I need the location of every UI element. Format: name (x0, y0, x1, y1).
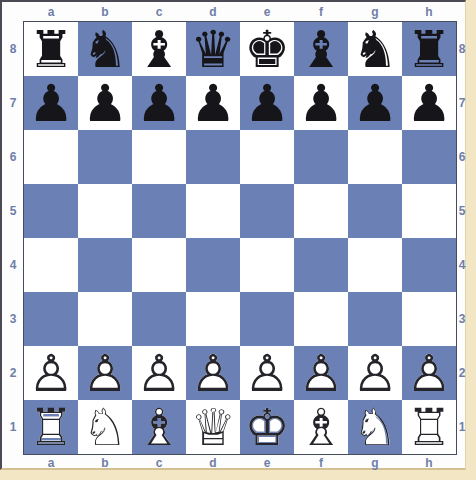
square-a1[interactable]: ♜♖ (24, 400, 78, 454)
piece-glyph: ♟ (240, 76, 294, 130)
square-g2[interactable]: ♟♙ (348, 346, 402, 400)
square-b6[interactable] (78, 130, 132, 184)
square-b5[interactable] (78, 184, 132, 238)
piece-white-pawn[interactable]: ♟♙ (24, 346, 78, 400)
square-f2[interactable]: ♟♙ (294, 346, 348, 400)
piece-glyph: ♝ (294, 22, 348, 76)
piece-white-pawn[interactable]: ♟♙ (402, 346, 456, 400)
file-label-bottom-e: e (240, 454, 294, 471)
square-e4[interactable] (240, 238, 294, 292)
piece-glyph: ♚ (240, 22, 294, 76)
rank-label-right-6: 6 (454, 130, 470, 184)
square-h7[interactable]: ♟ (402, 76, 456, 130)
square-e5[interactable] (240, 184, 294, 238)
piece-glyph: ♜ (402, 22, 456, 76)
piece-outline-layer: ♙ (240, 346, 294, 400)
file-label-top-b: b (78, 3, 132, 20)
file-label-bottom-f: f (294, 454, 348, 471)
piece-outline-layer: ♙ (132, 346, 186, 400)
rank-label-right-1: 1 (454, 400, 470, 454)
piece-black-rook[interactable]: ♜ (24, 22, 78, 76)
file-label-top-a: a (24, 3, 78, 20)
piece-glyph: ♞ (78, 22, 132, 76)
file-label-bottom-d: d (186, 454, 240, 471)
square-g6[interactable] (348, 130, 402, 184)
rank-label-right-2: 2 (454, 346, 470, 400)
square-f6[interactable] (294, 130, 348, 184)
square-g4[interactable] (348, 238, 402, 292)
square-d1[interactable]: ♛♕ (186, 400, 240, 454)
piece-outline-layer: ♘ (78, 400, 132, 454)
chess-board: ♜♞♝♛♚♝♞♜♟♟♟♟♟♟♟♟♟♙♟♙♟♙♟♙♟♙♟♙♟♙♟♙♜♖♞♘♝♗♛♕… (23, 21, 457, 455)
square-a2[interactable]: ♟♙ (24, 346, 78, 400)
piece-glyph: ♝ (132, 22, 186, 76)
piece-white-pawn[interactable]: ♟♙ (186, 346, 240, 400)
piece-black-pawn[interactable]: ♟ (348, 76, 402, 130)
square-c6[interactable] (132, 130, 186, 184)
piece-black-pawn[interactable]: ♟ (402, 76, 456, 130)
file-label-top-g: g (348, 3, 402, 20)
square-b4[interactable] (78, 238, 132, 292)
square-d8[interactable]: ♛ (186, 22, 240, 76)
square-g5[interactable] (348, 184, 402, 238)
rank-label-left-2: 2 (5, 346, 21, 400)
piece-black-knight[interactable]: ♞ (78, 22, 132, 76)
piece-white-knight[interactable]: ♞♘ (78, 400, 132, 454)
file-label-bottom-b: b (78, 454, 132, 471)
rank-label-right-8: 8 (454, 22, 470, 76)
rank-label-right-3: 3 (454, 292, 470, 346)
piece-white-pawn[interactable]: ♟♙ (294, 346, 348, 400)
file-label-bottom-c: c (132, 454, 186, 471)
square-c3[interactable] (132, 292, 186, 346)
piece-white-rook[interactable]: ♜♖ (402, 400, 456, 454)
piece-black-pawn[interactable]: ♟ (294, 76, 348, 130)
piece-outline-layer: ♙ (78, 346, 132, 400)
piece-outline-layer: ♖ (24, 400, 78, 454)
piece-outline-layer: ♙ (294, 346, 348, 400)
square-c7[interactable]: ♟ (132, 76, 186, 130)
square-g8[interactable]: ♞ (348, 22, 402, 76)
square-d2[interactable]: ♟♙ (186, 346, 240, 400)
page-background: ♜♞♝♛♚♝♞♜♟♟♟♟♟♟♟♟♟♙♟♙♟♙♟♙♟♙♟♙♟♙♟♙♜♖♞♘♝♗♛♕… (0, 0, 476, 480)
square-h5[interactable] (402, 184, 456, 238)
rank-label-right-5: 5 (454, 184, 470, 238)
piece-black-pawn[interactable]: ♟ (78, 76, 132, 130)
piece-outline-layer: ♖ (402, 400, 456, 454)
file-label-top-f: f (294, 3, 348, 20)
piece-white-rook[interactable]: ♜♖ (24, 400, 78, 454)
piece-glyph: ♛ (186, 22, 240, 76)
piece-outline-layer: ♙ (24, 346, 78, 400)
piece-white-bishop[interactable]: ♝♗ (132, 400, 186, 454)
square-e3[interactable] (240, 292, 294, 346)
piece-white-pawn[interactable]: ♟♙ (348, 346, 402, 400)
piece-glyph: ♟ (132, 76, 186, 130)
square-h2[interactable]: ♟♙ (402, 346, 456, 400)
square-f3[interactable] (294, 292, 348, 346)
square-c5[interactable] (132, 184, 186, 238)
square-f8[interactable]: ♝ (294, 22, 348, 76)
square-a6[interactable] (24, 130, 78, 184)
file-label-top-c: c (132, 3, 186, 20)
rank-label-right-7: 7 (454, 76, 470, 130)
piece-outline-layer: ♙ (186, 346, 240, 400)
piece-outline-layer: ♗ (132, 400, 186, 454)
square-h4[interactable] (402, 238, 456, 292)
file-label-bottom-a: a (24, 454, 78, 471)
piece-white-pawn[interactable]: ♟♙ (132, 346, 186, 400)
square-f1[interactable]: ♝♗ (294, 400, 348, 454)
piece-black-knight[interactable]: ♞ (348, 22, 402, 76)
rank-label-left-7: 7 (5, 76, 21, 130)
piece-glyph: ♟ (24, 76, 78, 130)
piece-outline-layer: ♗ (294, 400, 348, 454)
piece-black-king[interactable]: ♚ (240, 22, 294, 76)
piece-outline-layer: ♘ (348, 400, 402, 454)
piece-glyph: ♟ (294, 76, 348, 130)
square-c4[interactable] (132, 238, 186, 292)
piece-white-pawn[interactable]: ♟♙ (78, 346, 132, 400)
piece-outline-layer: ♕ (186, 400, 240, 454)
rank-label-left-8: 8 (5, 22, 21, 76)
square-g1[interactable]: ♞♘ (348, 400, 402, 454)
piece-white-bishop[interactable]: ♝♗ (294, 400, 348, 454)
square-a7[interactable]: ♟ (24, 76, 78, 130)
piece-white-king[interactable]: ♚♔ (240, 400, 294, 454)
square-e6[interactable] (240, 130, 294, 184)
piece-white-knight[interactable]: ♞♘ (348, 400, 402, 454)
square-h3[interactable] (402, 292, 456, 346)
square-f7[interactable]: ♟ (294, 76, 348, 130)
piece-glyph: ♞ (348, 22, 402, 76)
square-e7[interactable]: ♟ (240, 76, 294, 130)
square-h6[interactable] (402, 130, 456, 184)
square-e1[interactable]: ♚♔ (240, 400, 294, 454)
square-c8[interactable]: ♝ (132, 22, 186, 76)
piece-outline-layer: ♔ (240, 400, 294, 454)
file-label-top-h: h (402, 3, 456, 20)
rank-label-right-4: 4 (454, 238, 470, 292)
piece-black-queen[interactable]: ♛ (186, 22, 240, 76)
piece-glyph: ♜ (24, 22, 78, 76)
piece-white-pawn[interactable]: ♟♙ (240, 346, 294, 400)
square-d7[interactable]: ♟ (186, 76, 240, 130)
square-d6[interactable] (186, 130, 240, 184)
file-label-top-e: e (240, 3, 294, 20)
file-label-top-d: d (186, 3, 240, 20)
square-d4[interactable] (186, 238, 240, 292)
piece-glyph: ♟ (348, 76, 402, 130)
square-a3[interactable] (24, 292, 78, 346)
square-g7[interactable]: ♟ (348, 76, 402, 130)
piece-outline-layer: ♙ (348, 346, 402, 400)
square-b2[interactable]: ♟♙ (78, 346, 132, 400)
file-label-bottom-h: h (402, 454, 456, 471)
square-c1[interactable]: ♝♗ (132, 400, 186, 454)
piece-black-pawn[interactable]: ♟ (240, 76, 294, 130)
square-g3[interactable] (348, 292, 402, 346)
piece-black-pawn[interactable]: ♟ (24, 76, 78, 130)
piece-black-bishop[interactable]: ♝ (132, 22, 186, 76)
square-d3[interactable] (186, 292, 240, 346)
piece-white-queen[interactable]: ♛♕ (186, 400, 240, 454)
piece-black-pawn[interactable]: ♟ (132, 76, 186, 130)
piece-outline-layer: ♙ (402, 346, 456, 400)
piece-black-pawn[interactable]: ♟ (186, 76, 240, 130)
piece-black-bishop[interactable]: ♝ (294, 22, 348, 76)
rank-label-left-1: 1 (5, 400, 21, 454)
rank-label-left-4: 4 (5, 238, 21, 292)
rank-label-left-3: 3 (5, 292, 21, 346)
square-a5[interactable] (24, 184, 78, 238)
file-label-bottom-g: g (348, 454, 402, 471)
square-h1[interactable]: ♜♖ (402, 400, 456, 454)
square-e8[interactable]: ♚ (240, 22, 294, 76)
square-b3[interactable] (78, 292, 132, 346)
piece-glyph: ♟ (78, 76, 132, 130)
square-h8[interactable]: ♜ (402, 22, 456, 76)
board-panel: ♜♞♝♛♚♝♞♜♟♟♟♟♟♟♟♟♟♙♟♙♟♙♟♙♟♙♟♙♟♙♟♙♜♖♞♘♝♗♛♕… (0, 0, 466, 470)
square-b1[interactable]: ♞♘ (78, 400, 132, 454)
piece-glyph: ♟ (402, 76, 456, 130)
square-e2[interactable]: ♟♙ (240, 346, 294, 400)
square-b7[interactable]: ♟ (78, 76, 132, 130)
square-b8[interactable]: ♞ (78, 22, 132, 76)
square-f4[interactable] (294, 238, 348, 292)
piece-glyph: ♟ (186, 76, 240, 130)
square-a8[interactable]: ♜ (24, 22, 78, 76)
square-d5[interactable] (186, 184, 240, 238)
rank-label-left-5: 5 (5, 184, 21, 238)
piece-black-rook[interactable]: ♜ (402, 22, 456, 76)
square-c2[interactable]: ♟♙ (132, 346, 186, 400)
square-a4[interactable] (24, 238, 78, 292)
rank-label-left-6: 6 (5, 130, 21, 184)
square-f5[interactable] (294, 184, 348, 238)
